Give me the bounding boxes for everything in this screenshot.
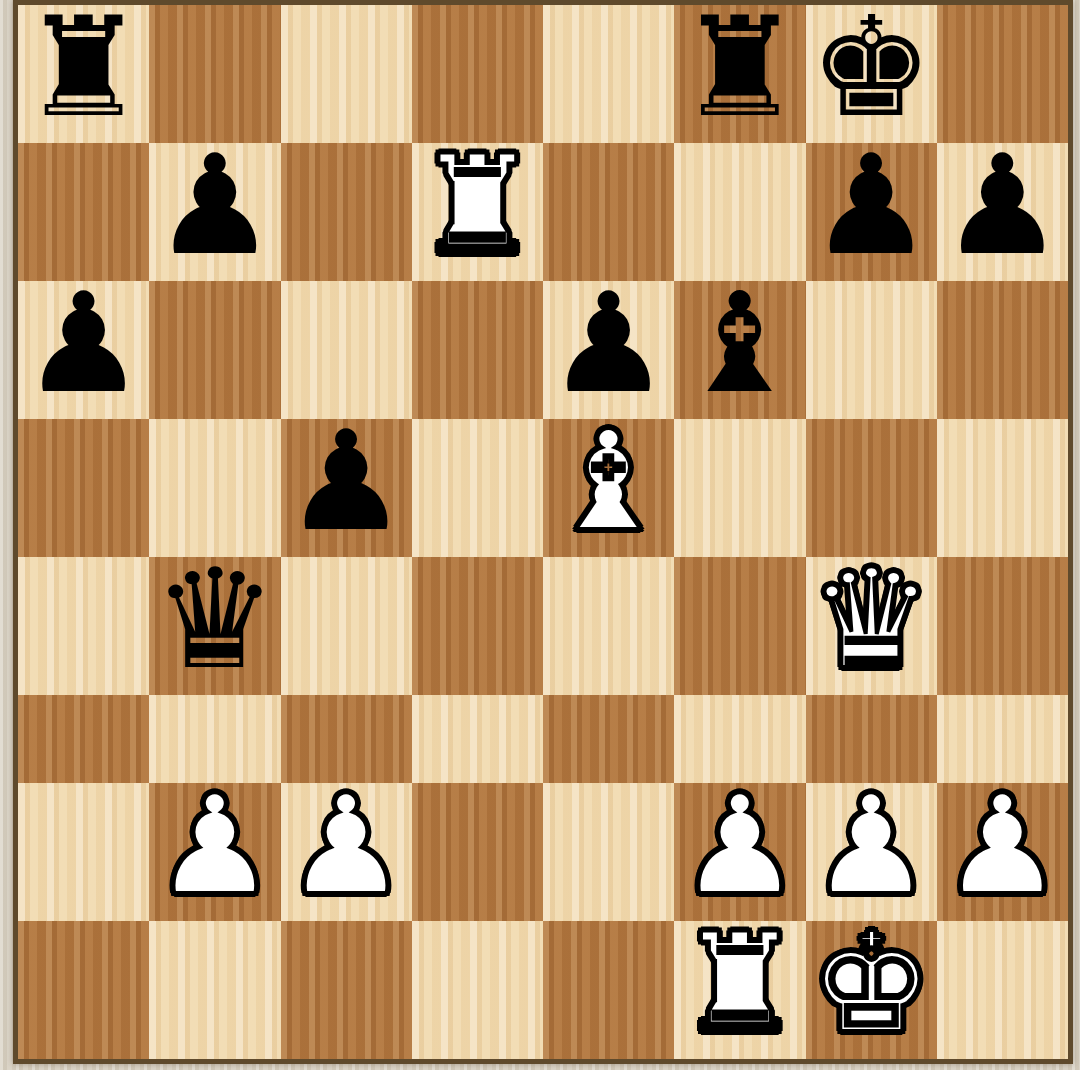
square-f4[interactable] [674, 557, 805, 695]
square-c8[interactable] [281, 5, 412, 143]
square-d3[interactable] [412, 695, 543, 783]
square-g2[interactable]: ♟ [806, 783, 937, 921]
square-e1[interactable] [543, 921, 674, 1059]
square-b7[interactable]: ♟ [149, 143, 280, 281]
piece-white-pawn-icon[interactable]: ♟ [809, 777, 933, 915]
square-g1[interactable]: ♚ [806, 921, 937, 1059]
square-g4[interactable]: ♛ [806, 557, 937, 695]
piece-black-pawn-icon[interactable]: ♟ [941, 137, 1065, 275]
square-a7[interactable] [18, 143, 149, 281]
square-c7[interactable] [281, 143, 412, 281]
square-c1[interactable] [281, 921, 412, 1059]
square-h2[interactable]: ♟ [937, 783, 1068, 921]
square-b4[interactable]: ♛ [149, 557, 280, 695]
square-f6[interactable]: ♝ [674, 281, 805, 419]
square-h5[interactable] [937, 419, 1068, 557]
square-d8[interactable] [412, 5, 543, 143]
piece-black-king-icon[interactable]: ♚ [809, 0, 933, 137]
square-g6[interactable] [806, 281, 937, 419]
square-b2[interactable]: ♟ [149, 783, 280, 921]
square-e3[interactable] [543, 695, 674, 783]
square-a4[interactable] [18, 557, 149, 695]
square-e2[interactable] [543, 783, 674, 921]
square-h7[interactable]: ♟ [937, 143, 1068, 281]
piece-black-pawn-icon[interactable]: ♟ [22, 275, 146, 413]
square-d5[interactable] [412, 419, 543, 557]
square-b8[interactable] [149, 5, 280, 143]
square-c4[interactable] [281, 557, 412, 695]
piece-black-rook-icon[interactable]: ♜ [22, 0, 146, 137]
piece-black-bishop-icon[interactable]: ♝ [678, 275, 802, 413]
piece-black-pawn-icon[interactable]: ♟ [284, 413, 408, 551]
square-c5[interactable]: ♟ [281, 419, 412, 557]
piece-white-queen-icon[interactable]: ♛ [809, 551, 933, 689]
square-h1[interactable] [937, 921, 1068, 1059]
square-a3[interactable] [18, 695, 149, 783]
square-f2[interactable]: ♟ [674, 783, 805, 921]
square-f7[interactable] [674, 143, 805, 281]
piece-white-rook-icon[interactable]: ♜ [416, 137, 540, 275]
square-d1[interactable] [412, 921, 543, 1059]
board-frame: ♜♜♚♟♜♟♟♟♟♝♟♝♛♛♟♟♟♟♟♜♚ [13, 0, 1073, 1064]
square-e4[interactable] [543, 557, 674, 695]
square-e6[interactable]: ♟ [543, 281, 674, 419]
square-c2[interactable]: ♟ [281, 783, 412, 921]
square-a8[interactable]: ♜ [18, 5, 149, 143]
square-g7[interactable]: ♟ [806, 143, 937, 281]
square-d4[interactable] [412, 557, 543, 695]
square-a1[interactable] [18, 921, 149, 1059]
square-e7[interactable] [543, 143, 674, 281]
square-h6[interactable] [937, 281, 1068, 419]
square-f1[interactable]: ♜ [674, 921, 805, 1059]
square-h4[interactable] [937, 557, 1068, 695]
square-b6[interactable] [149, 281, 280, 419]
piece-white-rook-icon[interactable]: ♜ [678, 915, 802, 1053]
piece-white-pawn-icon[interactable]: ♟ [941, 777, 1065, 915]
square-d6[interactable] [412, 281, 543, 419]
piece-white-pawn-icon[interactable]: ♟ [153, 777, 277, 915]
piece-white-pawn-icon[interactable]: ♟ [284, 777, 408, 915]
square-g5[interactable] [806, 419, 937, 557]
square-a6[interactable]: ♟ [18, 281, 149, 419]
piece-black-pawn-icon[interactable]: ♟ [153, 137, 277, 275]
square-b1[interactable] [149, 921, 280, 1059]
square-f5[interactable] [674, 419, 805, 557]
piece-white-pawn-icon[interactable]: ♟ [678, 777, 802, 915]
square-f8[interactable]: ♜ [674, 5, 805, 143]
piece-black-pawn-icon[interactable]: ♟ [809, 137, 933, 275]
square-d7[interactable]: ♜ [412, 143, 543, 281]
piece-white-king-icon[interactable]: ♚ [809, 915, 933, 1053]
piece-black-pawn-icon[interactable]: ♟ [547, 275, 671, 413]
piece-black-rook-icon[interactable]: ♜ [678, 0, 802, 137]
square-e8[interactable] [543, 5, 674, 143]
square-d2[interactable] [412, 783, 543, 921]
page-background: ♜♜♚♟♜♟♟♟♟♝♟♝♛♛♟♟♟♟♟♜♚ [0, 0, 1080, 1070]
piece-black-queen-icon[interactable]: ♛ [153, 551, 277, 689]
square-g8[interactable]: ♚ [806, 5, 937, 143]
piece-white-bishop-icon[interactable]: ♝ [547, 413, 671, 551]
chess-board: ♜♜♚♟♜♟♟♟♟♝♟♝♛♛♟♟♟♟♟♜♚ [18, 5, 1068, 1059]
square-b5[interactable] [149, 419, 280, 557]
square-a5[interactable] [18, 419, 149, 557]
square-e5[interactable]: ♝ [543, 419, 674, 557]
square-h8[interactable] [937, 5, 1068, 143]
square-a2[interactable] [18, 783, 149, 921]
square-c6[interactable] [281, 281, 412, 419]
